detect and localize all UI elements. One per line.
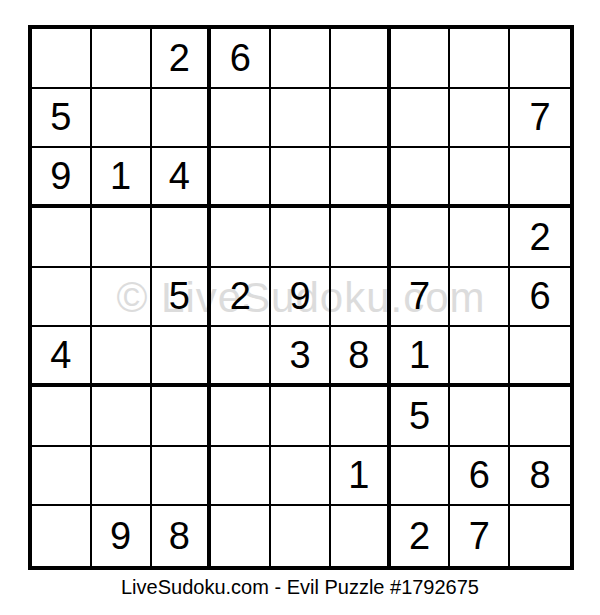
cell-r3c8[interactable] [450,148,510,208]
cell-r1c5[interactable] [271,29,331,89]
cell-r7c4[interactable] [211,387,271,447]
cell-r5c3[interactable]: 5 [152,268,212,328]
cell-r4c6[interactable] [331,208,391,268]
cell-r8c7[interactable] [391,447,451,507]
cell-r9c4[interactable] [211,506,271,566]
cell-r4c3[interactable] [152,208,212,268]
cell-r5c7[interactable]: 7 [391,268,451,328]
cell-r1c1[interactable] [32,29,92,89]
cell-r6c3[interactable] [152,327,212,387]
cell-r2c1[interactable]: 5 [32,89,92,149]
cell-r1c9[interactable] [510,29,570,89]
cell-r9c3[interactable]: 8 [152,506,212,566]
cell-r9c2[interactable]: 9 [92,506,152,566]
cell-r8c3[interactable] [152,447,212,507]
cell-r4c9[interactable]: 2 [510,208,570,268]
cell-r6c9[interactable] [510,327,570,387]
cell-r9c5[interactable] [271,506,331,566]
cell-r7c2[interactable] [92,387,152,447]
cell-r7c9[interactable] [510,387,570,447]
cell-r6c7[interactable]: 1 [391,327,451,387]
cell-r4c2[interactable] [92,208,152,268]
cell-r7c5[interactable] [271,387,331,447]
cell-r8c9[interactable]: 8 [510,447,570,507]
cell-r8c6[interactable]: 1 [331,447,391,507]
cell-r1c4[interactable]: 6 [211,29,271,89]
cell-r6c6[interactable]: 8 [331,327,391,387]
cell-r4c7[interactable] [391,208,451,268]
cell-r3c7[interactable] [391,148,451,208]
cell-r5c9[interactable]: 6 [510,268,570,328]
cell-r7c7[interactable]: 5 [391,387,451,447]
cell-r2c7[interactable] [391,89,451,149]
cell-r3c3[interactable]: 4 [152,148,212,208]
cell-r3c5[interactable] [271,148,331,208]
cell-r9c9[interactable] [510,506,570,566]
cell-r4c5[interactable] [271,208,331,268]
cell-r8c8[interactable]: 6 [450,447,510,507]
sudoku-board: © LiveSudoku.com 26579142529764381516898… [28,25,574,570]
cell-r8c4[interactable] [211,447,271,507]
cell-r1c2[interactable] [92,29,152,89]
cell-r2c9[interactable]: 7 [510,89,570,149]
cell-r5c1[interactable] [32,268,92,328]
cell-r6c8[interactable] [450,327,510,387]
cell-r7c6[interactable] [331,387,391,447]
cell-r2c8[interactable] [450,89,510,149]
cell-r8c2[interactable] [92,447,152,507]
cell-r3c9[interactable] [510,148,570,208]
cell-r7c1[interactable] [32,387,92,447]
cell-r7c8[interactable] [450,387,510,447]
cell-r5c8[interactable] [450,268,510,328]
puzzle-caption: LiveSudoku.com - Evil Puzzle #1792675 [0,576,600,599]
cell-r4c1[interactable] [32,208,92,268]
cell-r2c4[interactable] [211,89,271,149]
cell-r4c4[interactable] [211,208,271,268]
cell-r5c4[interactable]: 2 [211,268,271,328]
cell-r9c1[interactable] [32,506,92,566]
cell-r8c5[interactable] [271,447,331,507]
cell-r6c4[interactable] [211,327,271,387]
cell-r1c7[interactable] [391,29,451,89]
cell-r5c5[interactable]: 9 [271,268,331,328]
cell-r1c6[interactable] [331,29,391,89]
cell-r3c4[interactable] [211,148,271,208]
cell-r1c8[interactable] [450,29,510,89]
cell-r7c3[interactable] [152,387,212,447]
cell-r1c3[interactable]: 2 [152,29,212,89]
cell-r3c2[interactable]: 1 [92,148,152,208]
cell-r8c1[interactable] [32,447,92,507]
cell-r2c5[interactable] [271,89,331,149]
cell-r9c7[interactable]: 2 [391,506,451,566]
cell-r5c2[interactable] [92,268,152,328]
cell-r6c1[interactable]: 4 [32,327,92,387]
cell-r3c6[interactable] [331,148,391,208]
cell-r3c1[interactable]: 9 [32,148,92,208]
cell-r2c6[interactable] [331,89,391,149]
cell-r2c3[interactable] [152,89,212,149]
cell-r5c6[interactable] [331,268,391,328]
cell-r9c6[interactable] [331,506,391,566]
cell-r2c2[interactable] [92,89,152,149]
cell-r6c2[interactable] [92,327,152,387]
cell-r4c8[interactable] [450,208,510,268]
cell-r9c8[interactable]: 7 [450,506,510,566]
cell-r6c5[interactable]: 3 [271,327,331,387]
